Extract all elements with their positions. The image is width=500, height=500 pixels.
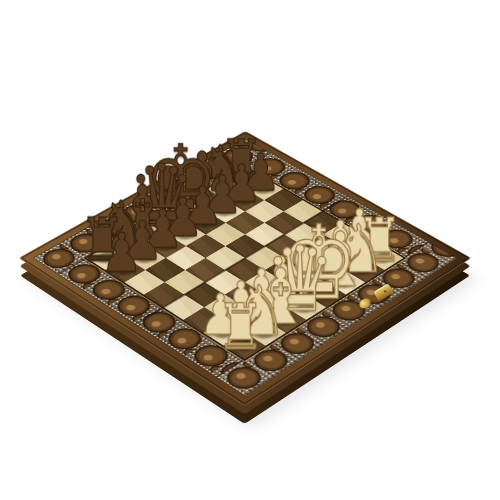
scene-3d: ♜♞♝♛♚♝♞♜♟♟♟♟♟♟♟♟♟♟♟♟♟♟♟♟♜♞♝♛♚♝♞♜ [0,0,500,500]
checkerboard: ♜♞♝♛♚♝♞♜♟♟♟♟♟♟♟♟♟♟♟♟♟♟♟♟♜♞♝♛♚♝♞♜ [87,167,404,359]
folding-chess-box: ♜♞♝♛♚♝♞♜♟♟♟♟♟♟♟♟♟♟♟♟♟♟♟♟♜♞♝♛♚♝♞♜ [19,131,472,406]
product-photo-backdrop: ♜♞♝♛♚♝♞♜♟♟♟♟♟♟♟♟♟♟♟♟♟♟♟♟♜♞♝♛♚♝♞♜ [0,0,500,500]
